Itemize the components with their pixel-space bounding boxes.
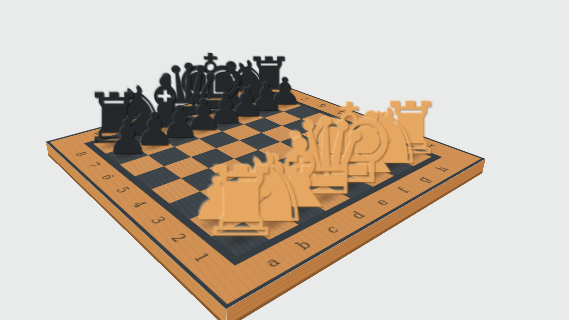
coord-label: d [348,210,368,221]
coord-label: 6 [98,173,116,181]
coord-label: d [166,111,178,116]
coord-label: h [245,90,256,94]
coord-label: 8 [72,151,88,158]
coord-label: g [414,175,432,183]
chess-board: abcdefgh abcdefgh 87654321 87654321 ♜♞♝♛… [46,81,486,309]
coord-label: 7 [84,162,101,169]
coord-label: 3 [147,215,167,226]
coord-label: a [261,255,282,269]
board-perspective-wrapper: abcdefgh abcdefgh 87654321 87654321 ♜♞♝♛… [0,0,569,320]
piece-white-rook[interactable]: ♜ [198,155,284,250]
coord-label: a [93,131,105,137]
coord-label: c [322,224,341,235]
coord-label: 4 [129,200,148,210]
coord-label: f [395,186,411,194]
coord-label: e [372,197,391,207]
coord-label: b [293,238,314,251]
scene-background: abcdefgh abcdefgh 87654321 87654321 ♜♞♝♛… [0,0,569,320]
coord-label: 8 [283,91,295,95]
coord-label: g [227,95,238,99]
coord-label: 1 [189,251,211,264]
coord-label: e [187,105,198,109]
piece-black-pawn[interactable]: ♟ [106,113,148,160]
coord-label: h [433,165,451,173]
coord-label: 2 [167,232,188,244]
coord-label: f [209,100,218,104]
coord-label: 5 [113,186,131,195]
